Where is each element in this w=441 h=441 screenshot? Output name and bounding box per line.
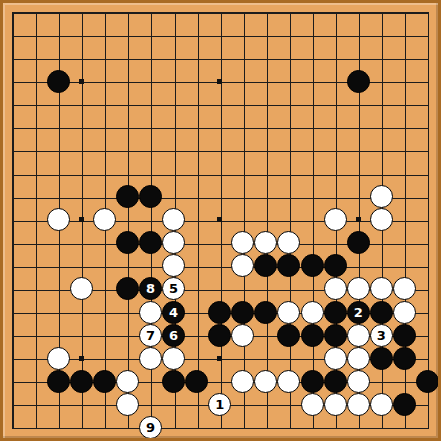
stone-black [70, 370, 93, 393]
stone-white [116, 370, 139, 393]
stone-white [162, 208, 185, 231]
stone-white [347, 324, 370, 347]
stones-layer: 854276319 [1, 1, 439, 439]
stone-black [393, 347, 416, 370]
stone-black [324, 301, 347, 324]
stone-white [47, 208, 70, 231]
stone-white [162, 347, 185, 370]
stone-white [254, 370, 277, 393]
stone-white [370, 393, 393, 416]
stone-white-move-3: 3 [370, 324, 393, 347]
stone-black [277, 254, 300, 277]
stone-white [347, 393, 370, 416]
stone-white [347, 347, 370, 370]
stone-black [347, 70, 370, 93]
stone-white [116, 393, 139, 416]
go-board[interactable]: 854276319 [0, 0, 441, 441]
stone-white-move-7: 7 [139, 324, 162, 347]
stone-white [93, 208, 116, 231]
stone-black [277, 324, 300, 347]
stone-white [231, 370, 254, 393]
stone-black [93, 370, 116, 393]
stone-black [324, 370, 347, 393]
stone-white [301, 301, 324, 324]
stone-white [370, 277, 393, 300]
stone-black [208, 324, 231, 347]
stone-black [301, 324, 324, 347]
stone-white [347, 277, 370, 300]
stone-white [139, 347, 162, 370]
stone-white [370, 208, 393, 231]
stone-white [301, 393, 324, 416]
stone-black [254, 254, 277, 277]
stone-black-move-4: 4 [162, 301, 185, 324]
stone-black [139, 185, 162, 208]
stone-black [116, 277, 139, 300]
stone-black [208, 301, 231, 324]
stone-white-move-5: 5 [162, 277, 185, 300]
stone-black [324, 324, 347, 347]
stone-white [324, 393, 347, 416]
stone-black [116, 231, 139, 254]
stone-white [162, 254, 185, 277]
stone-white [47, 347, 70, 370]
stone-white-move-1: 1 [208, 393, 231, 416]
stone-white [254, 231, 277, 254]
stone-white [393, 277, 416, 300]
stone-white [347, 370, 370, 393]
stone-white [231, 231, 254, 254]
stone-black [301, 254, 324, 277]
stone-black [47, 70, 70, 93]
stone-black [254, 301, 277, 324]
stone-black [139, 231, 162, 254]
stone-black [162, 370, 185, 393]
stone-black [416, 370, 439, 393]
stone-black [116, 185, 139, 208]
stone-white [393, 301, 416, 324]
stone-black [370, 347, 393, 370]
stone-white [324, 277, 347, 300]
stone-white [277, 231, 300, 254]
stone-white [324, 208, 347, 231]
stone-white [139, 301, 162, 324]
stone-black [393, 393, 416, 416]
stone-black-move-8: 8 [139, 277, 162, 300]
stone-white [277, 370, 300, 393]
stone-black [324, 254, 347, 277]
stone-black [393, 324, 416, 347]
stone-black-move-6: 6 [162, 324, 185, 347]
stone-white [231, 254, 254, 277]
stone-black-move-2: 2 [347, 301, 370, 324]
stone-white-move-9: 9 [139, 416, 162, 439]
stone-white [370, 185, 393, 208]
stone-white [162, 231, 185, 254]
stone-black [47, 370, 70, 393]
stone-white [231, 324, 254, 347]
stone-white [70, 277, 93, 300]
stone-white [324, 347, 347, 370]
stone-black [301, 370, 324, 393]
stone-black [370, 301, 393, 324]
stone-black [347, 231, 370, 254]
stone-black [231, 301, 254, 324]
stone-black [185, 370, 208, 393]
stone-white [277, 301, 300, 324]
